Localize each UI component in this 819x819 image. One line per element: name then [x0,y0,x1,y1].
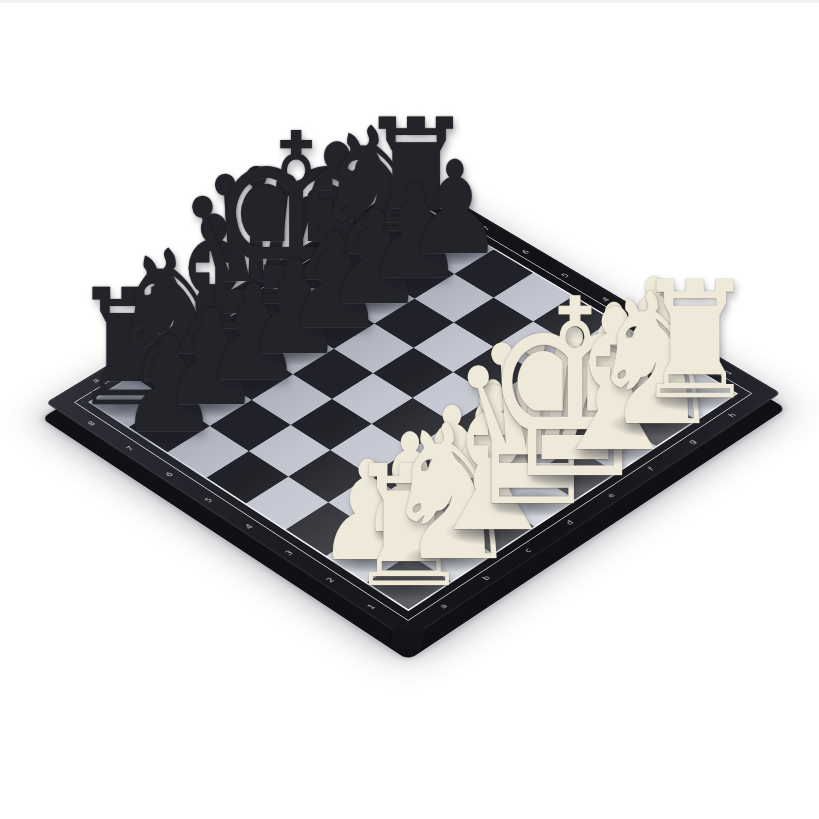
playfield [88,202,738,611]
file-label-top-c: c [175,327,185,333]
square-a7 [129,401,210,452]
rank-label-left-8: 8 [87,420,97,427]
square-e2 [493,422,575,474]
square-a2 [326,528,409,582]
file-label-top-h: h [379,203,389,209]
perspective-scene: aa88bb77cc66dd55ee44ff33gg22hh11 [0,0,819,819]
rank-label-right-3: 3 [641,321,651,327]
square-c1 [451,500,534,553]
rank-label-left-5: 5 [204,497,215,504]
square-b3 [328,476,410,529]
file-label-bottom-g: g [687,438,698,445]
rank-label-right-4: 4 [601,297,611,303]
square-a5 [207,451,289,503]
rank-label-left-1: 1 [367,604,378,611]
hinge-tab-right [402,170,431,188]
file-label-bottom-c: c [523,547,533,554]
square-c2 [411,475,493,528]
chess-set-product-photo: aa88bb77cc66dd55ee44ff33gg22hh11 ♜♞♝♛♚♝♞… [0,0,819,819]
square-b5 [249,425,330,477]
file-label-bottom-b: b [481,575,492,582]
file-label-bottom-e: e [606,492,617,499]
file-label-bottom-h: h [727,412,738,419]
square-e3 [453,397,534,448]
square-d3 [412,423,493,475]
rank-label-left-6: 6 [164,471,174,478]
chess-board: aa88bb77cc66dd55ee44ff33gg22hh11 [46,177,781,640]
square-a4 [246,477,328,530]
rank-label-right-6: 6 [521,249,531,255]
file-label-top-a: a [91,378,101,384]
square-e1 [534,447,616,499]
square-b2 [369,501,452,554]
file-label-bottom-f: f [647,466,656,472]
file-label-top-d: d [217,301,227,307]
rank-label-right-5: 5 [561,273,571,279]
hinge-tab-left [392,628,424,649]
rank-label-left-7: 7 [125,446,135,453]
square-d2 [452,448,534,500]
rank-label-right-2: 2 [682,345,692,351]
rank-label-left-2: 2 [325,577,336,584]
square-c3 [370,449,452,501]
file-label-bottom-d: d [565,519,576,526]
square-f1 [575,421,657,473]
square-f2 [534,396,615,447]
square-g1 [615,395,696,446]
square-a6 [168,426,249,478]
rank-label-right-7: 7 [482,226,492,232]
rank-label-right-8: 8 [443,203,453,209]
square-c4 [330,424,411,476]
board-grid [91,203,736,609]
file-label-top-b: b [133,352,143,358]
square-b1 [409,527,492,581]
square-d1 [493,474,575,527]
square-a1 [367,555,451,610]
file-label-top-f: f [298,253,306,258]
square-b4 [288,450,370,502]
square-a3 [286,502,369,555]
rank-label-left-3: 3 [284,550,295,557]
square-b6 [210,400,291,451]
file-label-top-e: e [258,276,268,282]
board-frame: aa88bb77cc66dd55ee44ff33gg22hh11 [46,177,781,640]
rank-label-left-4: 4 [244,523,255,530]
square-c5 [291,399,372,450]
file-label-bottom-a: a [438,603,449,610]
file-label-top-g: g [339,227,349,233]
rank-label-right-1: 1 [724,370,734,376]
square-d4 [372,398,453,449]
